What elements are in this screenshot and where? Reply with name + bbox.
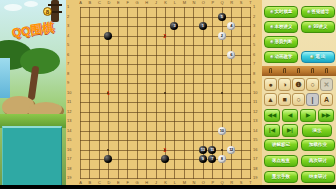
button-icon <box>270 25 274 29</box>
board-coordinate: 15 <box>67 138 74 142</box>
button-icon <box>310 55 314 59</box>
board-coordinate: 7 <box>67 62 74 66</box>
stone-black: 3 <box>170 22 178 30</box>
star-point <box>164 92 166 94</box>
cloud-art <box>4 4 22 11</box>
board-coordinate: E <box>116 1 121 5</box>
board-coordinate: 2 <box>253 15 261 19</box>
board-grid-line <box>80 112 251 113</box>
board-coordinate: 5 <box>67 43 74 47</box>
stone-black <box>104 155 112 163</box>
board-grid-line <box>250 7 251 179</box>
button-icon <box>308 25 312 29</box>
board-coordinate: 17 <box>67 157 74 161</box>
board-coordinate: G <box>135 1 140 5</box>
numbered-stone-tool[interactable]: ❶ <box>292 78 305 91</box>
button-icon <box>270 55 274 59</box>
board-coordinate: 10 <box>67 91 74 95</box>
board-coordinate: K <box>163 1 168 5</box>
cloud-art <box>24 1 38 7</box>
board-grid-line <box>174 7 175 179</box>
shelf-peg <box>325 68 328 73</box>
user-list-panel[interactable] <box>2 126 62 185</box>
stone-black: 11 <box>208 146 216 154</box>
board-grid-line <box>80 140 251 141</box>
board-coordinate: B <box>87 1 92 5</box>
board-coordinate: 1 <box>67 5 74 9</box>
action-button-再次研讨[interactable]: 再次研讨 <box>301 155 335 167</box>
menu-button-99讲义[interactable]: 99讲义 <box>301 21 335 33</box>
board-coordinate: 18 <box>253 167 261 171</box>
stone-black: 9 <box>199 155 207 163</box>
board-coordinate: F <box>125 1 130 5</box>
go-board[interactable]: AABBCCDDEEFFGGHHJJKKLLMMNNOOPPQQRRSSTT11… <box>66 0 262 189</box>
board-coordinate: 7 <box>253 62 261 66</box>
board-grid-line <box>241 7 242 179</box>
menu-button-动画教学[interactable]: 动画教学 <box>264 51 298 63</box>
menu-button-退出[interactable]: 退 出 <box>301 51 335 63</box>
board-coordinate: 8 <box>253 72 261 76</box>
move-choice-marker: 1 <box>104 90 112 96</box>
action-button-结束研讨[interactable]: 结束研讨 <box>301 171 335 183</box>
board-coordinate: 14 <box>67 129 74 133</box>
board-coordinate: O <box>201 1 206 5</box>
letter-mark-tool[interactable]: A <box>320 93 333 106</box>
action-button-加载作业[interactable]: 加载作业 <box>301 139 335 151</box>
button-icon <box>270 40 274 44</box>
board-coordinate: 3 <box>67 24 74 28</box>
board-coordinate: 1 <box>253 5 261 9</box>
erase-tool[interactable]: ✕ <box>320 78 333 91</box>
stone-black: 1 <box>199 22 207 30</box>
stone-black <box>161 155 169 163</box>
board-coordinate: P <box>210 1 215 5</box>
star-point <box>221 92 223 94</box>
button-icon <box>270 10 274 14</box>
app-logo: QQ围棋 <box>0 18 66 44</box>
shelf-peg <box>269 68 272 73</box>
stone-white: 6 <box>227 51 235 59</box>
fast-backward-button[interactable]: ◀◀ <box>264 109 280 122</box>
shelf-peg <box>311 68 314 73</box>
menu-button-形势判断[interactable]: 形势判断 <box>264 36 298 48</box>
board-coordinate: J <box>154 1 159 5</box>
board-coordinate: 15 <box>253 138 261 142</box>
board-coordinate: L <box>172 1 177 5</box>
stone-black: 5 <box>218 13 226 21</box>
menu-button-实时棋盘[interactable]: 实时棋盘 <box>264 6 298 18</box>
stone-white: 12 <box>227 146 235 154</box>
board-coordinate: 9 <box>253 81 261 85</box>
circle-mark-tool[interactable]: ○ <box>292 93 305 106</box>
board-coordinate: 13 <box>67 119 74 123</box>
stone-black: 13 <box>199 146 207 154</box>
board-coordinate: 11 <box>67 100 74 104</box>
board-coordinate: 19 <box>67 176 74 180</box>
board-coordinate: 8 <box>67 72 74 76</box>
board-coordinate: 9 <box>67 81 74 85</box>
board-coordinate: 16 <box>253 148 261 152</box>
stone-black <box>104 32 112 40</box>
board-coordinate: N <box>191 1 196 5</box>
board-coordinate: 12 <box>253 110 261 114</box>
board-coordinate: 16 <box>67 148 74 152</box>
board-coordinate: 14 <box>253 129 261 133</box>
stone-white: 10 <box>218 127 226 135</box>
board-coordinate: Q <box>220 1 225 5</box>
board-coordinate: R <box>229 1 234 5</box>
board-coordinate: 19 <box>253 176 261 180</box>
board-coordinate: 11 <box>253 100 261 104</box>
triangle-mark-tool[interactable]: ▲ <box>264 93 277 106</box>
board-grid-line <box>80 178 251 179</box>
stone-black: 7 <box>208 155 216 163</box>
cursor-tool[interactable]: | <box>306 93 319 106</box>
board-coordinate: 4 <box>253 34 261 38</box>
board-coordinate: A <box>78 1 83 5</box>
tree-canopy-art <box>20 48 60 74</box>
board-coordinate: M <box>182 1 187 5</box>
board-coordinate: C <box>97 1 102 5</box>
stone-white: 8 <box>218 155 226 163</box>
move-choice-marker: 3 <box>161 147 169 153</box>
board-coordinate: 12 <box>67 110 74 114</box>
action-button-讲解标记[interactable]: 讲解标记 <box>264 139 298 151</box>
shelf-peg <box>297 68 300 73</box>
board-coordinate: 13 <box>253 119 261 123</box>
board-grid-line <box>193 7 194 179</box>
left-art-panel: 8 QQ围棋 <box>0 0 66 189</box>
board-coordinate: 6 <box>253 53 261 57</box>
board-coordinate: S <box>239 1 244 5</box>
board-coordinate: 18 <box>67 167 74 171</box>
star-point <box>221 149 223 151</box>
move-choice-marker: 2 <box>161 33 169 39</box>
waterfall-art <box>0 58 10 98</box>
action-button-显示手数[interactable]: 显示手数 <box>264 171 298 183</box>
board-coordinate: H <box>144 1 149 5</box>
tool-shelf <box>262 66 336 76</box>
board-grid-line <box>80 102 251 103</box>
window-bottom-border <box>0 185 336 189</box>
menu-button-答疑辅导[interactable]: 答疑辅导 <box>301 6 335 18</box>
shelf-peg <box>283 68 286 73</box>
board-grid-line <box>184 7 185 179</box>
to-start-button[interactable]: |◀ <box>264 124 280 137</box>
square-mark-tool[interactable]: ■ <box>278 93 291 106</box>
board-coordinate: 2 <box>67 15 74 19</box>
white-stone-tool[interactable]: ○ <box>306 78 319 91</box>
board-grid-line <box>80 169 251 170</box>
board-coordinate: 3 <box>253 24 261 28</box>
step-forward-button[interactable]: ▶ <box>300 109 316 122</box>
board-coordinate: D <box>106 1 111 5</box>
app-window: 8 QQ围棋 AABBCCDDEEFFGGHHJJKKLLMMNNOOPPQQR… <box>0 0 336 189</box>
action-button-落点检查[interactable]: 落点检查 <box>264 155 298 167</box>
demo-button[interactable]: 演示 <box>302 124 332 137</box>
board-coordinate: 17 <box>253 157 261 161</box>
stone-white: 2 <box>218 32 226 40</box>
board-coordinate: 4 <box>67 34 74 38</box>
step-backward-button[interactable]: ◀ <box>282 109 298 122</box>
control-panel: 实时棋盘答疑辅导本校讲义99讲义形势判断动画教学退 出●◑❶○✕▲■○|A◀◀◀… <box>262 0 336 189</box>
to-end-button[interactable]: ▶| <box>282 124 298 137</box>
board-coordinate: 10 <box>253 91 261 95</box>
stone-white: 4 <box>227 22 235 30</box>
menu-button-本校讲义[interactable]: 本校讲义 <box>264 21 298 33</box>
alternate-stone-tool[interactable]: ◑ <box>278 78 291 91</box>
board-coordinate: 6 <box>67 53 74 57</box>
black-stone-tool[interactable]: ● <box>264 78 277 91</box>
board-grid-line <box>80 121 251 122</box>
fast-forward-button[interactable]: ▶▶ <box>318 109 334 122</box>
level-badge: 8 <box>43 7 52 16</box>
button-icon <box>307 10 311 14</box>
board-coordinate: 5 <box>253 43 261 47</box>
